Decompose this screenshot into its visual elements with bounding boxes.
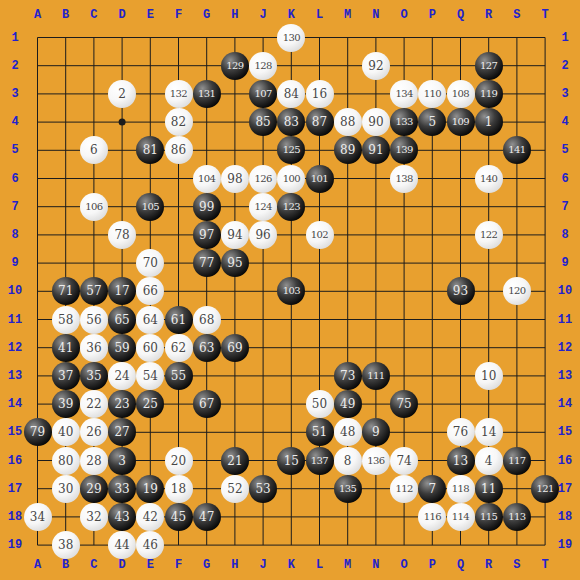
- row-label-right-15: 15: [558, 426, 572, 438]
- move-number: 120: [508, 286, 525, 296]
- stone-C12[interactable]: 36: [80, 334, 108, 362]
- move-number: 58: [58, 314, 73, 326]
- col-label-bottom-E: E: [147, 559, 154, 571]
- stone-F3[interactable]: 132: [165, 80, 193, 108]
- stone-M16[interactable]: 8: [334, 447, 362, 475]
- stone-O16[interactable]: 74: [390, 447, 418, 475]
- move-number: 110: [424, 89, 441, 99]
- stone-E5[interactable]: 81: [136, 136, 164, 164]
- stone-J4[interactable]: 85: [249, 108, 277, 136]
- col-label-top-L: L: [316, 9, 323, 21]
- row-label-right-11: 11: [558, 314, 572, 326]
- move-number: 136: [367, 456, 384, 466]
- stone-D10[interactable]: 17: [108, 277, 136, 305]
- stone-D14[interactable]: 23: [108, 390, 136, 418]
- move-number: 103: [283, 286, 300, 296]
- stone-F12[interactable]: 62: [165, 334, 193, 362]
- stone-Q3[interactable]: 108: [447, 80, 475, 108]
- stone-J17[interactable]: 53: [249, 475, 277, 503]
- col-label-bottom-G: G: [203, 559, 210, 571]
- row-label-right-12: 12: [558, 342, 572, 354]
- stone-D16[interactable]: 3: [108, 447, 136, 475]
- move-number: 118: [452, 484, 469, 494]
- move-number: 54: [143, 370, 158, 382]
- move-number: 132: [170, 89, 187, 99]
- stone-G8[interactable]: 97: [193, 221, 221, 249]
- stone-Q15[interactable]: 76: [447, 418, 475, 446]
- move-number: 21: [227, 455, 242, 467]
- row-label-left-15: 15: [8, 426, 22, 438]
- col-label-bottom-T: T: [541, 559, 548, 571]
- stone-K6[interactable]: 100: [277, 165, 305, 193]
- col-label-bottom-F: F: [175, 559, 182, 571]
- stone-F13[interactable]: 55: [165, 362, 193, 390]
- stone-E19[interactable]: 46: [136, 531, 164, 559]
- stone-B15[interactable]: 40: [52, 418, 80, 446]
- move-number: 67: [199, 398, 214, 410]
- stone-D3[interactable]: 2: [108, 80, 136, 108]
- stone-S16[interactable]: 117: [503, 447, 531, 475]
- stone-L6[interactable]: 101: [306, 165, 334, 193]
- move-number: 51: [312, 426, 327, 438]
- move-number: 94: [227, 229, 242, 241]
- move-number: 33: [114, 483, 129, 495]
- stone-E18[interactable]: 42: [136, 503, 164, 531]
- stone-R16[interactable]: 4: [475, 447, 503, 475]
- stone-A15[interactable]: 79: [24, 418, 52, 446]
- stone-G18[interactable]: 47: [193, 503, 221, 531]
- move-number: 23: [114, 398, 129, 410]
- row-label-right-6: 6: [561, 173, 568, 185]
- move-number: 65: [114, 314, 129, 326]
- col-label-bottom-R: R: [485, 559, 492, 571]
- stone-D18[interactable]: 43: [108, 503, 136, 531]
- stone-L3[interactable]: 16: [306, 80, 334, 108]
- stone-C5[interactable]: 6: [80, 136, 108, 164]
- move-number: 52: [227, 483, 242, 495]
- stone-D11[interactable]: 65: [108, 306, 136, 334]
- move-number: 53: [255, 483, 270, 495]
- move-number: 8: [344, 455, 352, 467]
- col-label-bottom-H: H: [231, 559, 238, 571]
- stone-C18[interactable]: 32: [80, 503, 108, 531]
- stone-G9[interactable]: 77: [193, 249, 221, 277]
- move-number: 104: [198, 174, 215, 184]
- stone-P17[interactable]: 7: [418, 475, 446, 503]
- stone-E12[interactable]: 60: [136, 334, 164, 362]
- stone-M15[interactable]: 48: [334, 418, 362, 446]
- move-number: 141: [508, 145, 525, 155]
- col-label-bottom-D: D: [118, 559, 125, 571]
- stone-D19[interactable]: 44: [108, 531, 136, 559]
- move-number: 83: [284, 116, 299, 128]
- stone-Q17[interactable]: 118: [447, 475, 475, 503]
- stone-P3[interactable]: 110: [418, 80, 446, 108]
- row-label-left-17: 17: [8, 483, 22, 495]
- stone-J2[interactable]: 128: [249, 52, 277, 80]
- stone-B14[interactable]: 39: [52, 390, 80, 418]
- move-number: 19: [143, 483, 158, 495]
- stone-R13[interactable]: 10: [475, 362, 503, 390]
- col-label-top-T: T: [541, 9, 548, 21]
- stone-R18[interactable]: 115: [475, 503, 503, 531]
- col-label-bottom-N: N: [372, 559, 379, 571]
- stone-Q4[interactable]: 109: [447, 108, 475, 136]
- stone-P18[interactable]: 116: [418, 503, 446, 531]
- stone-E13[interactable]: 54: [136, 362, 164, 390]
- row-label-left-18: 18: [8, 511, 22, 523]
- stone-J8[interactable]: 96: [249, 221, 277, 249]
- move-number: 24: [114, 370, 129, 382]
- stone-F16[interactable]: 20: [165, 447, 193, 475]
- move-number: 42: [143, 511, 158, 523]
- stone-K7[interactable]: 123: [277, 193, 305, 221]
- row-label-right-1: 1: [561, 32, 568, 44]
- stone-N4[interactable]: 90: [362, 108, 390, 136]
- stone-M14[interactable]: 49: [334, 390, 362, 418]
- move-number: 7: [428, 483, 436, 495]
- stone-F5[interactable]: 86: [165, 136, 193, 164]
- move-number: 47: [199, 511, 214, 523]
- stone-F17[interactable]: 18: [165, 475, 193, 503]
- row-label-left-9: 9: [11, 257, 18, 269]
- row-label-right-13: 13: [558, 370, 572, 382]
- row-label-left-3: 3: [11, 88, 18, 100]
- stone-D8[interactable]: 78: [108, 221, 136, 249]
- move-number: 3: [118, 455, 126, 467]
- move-number: 109: [452, 117, 469, 127]
- move-number: 93: [453, 285, 468, 297]
- move-number: 86: [171, 144, 186, 156]
- stone-O3[interactable]: 134: [390, 80, 418, 108]
- move-number: 49: [340, 398, 355, 410]
- move-number: 76: [453, 426, 468, 438]
- move-number: 41: [58, 342, 73, 354]
- stone-O14[interactable]: 75: [390, 390, 418, 418]
- move-number: 128: [254, 61, 271, 71]
- stone-O6[interactable]: 138: [390, 165, 418, 193]
- move-number: 77: [199, 257, 214, 269]
- stone-N5[interactable]: 91: [362, 136, 390, 164]
- move-number: 137: [311, 456, 328, 466]
- stone-H2[interactable]: 129: [221, 52, 249, 80]
- move-number: 112: [395, 484, 412, 494]
- row-label-right-2: 2: [561, 60, 568, 72]
- stone-R3[interactable]: 119: [475, 80, 503, 108]
- stone-N13[interactable]: 111: [362, 362, 390, 390]
- move-number: 105: [142, 202, 159, 212]
- col-label-bottom-A: A: [34, 559, 41, 571]
- stone-F18[interactable]: 45: [165, 503, 193, 531]
- move-number: 98: [227, 173, 242, 185]
- move-number: 38: [58, 539, 73, 551]
- move-number: 139: [395, 145, 412, 155]
- stone-P4[interactable]: 5: [418, 108, 446, 136]
- stone-B11[interactable]: 58: [52, 306, 80, 334]
- stone-B10[interactable]: 71: [52, 277, 80, 305]
- stone-E11[interactable]: 64: [136, 306, 164, 334]
- col-label-top-P: P: [429, 9, 436, 21]
- move-number: 131: [198, 89, 215, 99]
- go-board[interactable]: AABBCCDDEEFFGGHHJJKKLLMMNNOOPPQQRRSSTT11…: [0, 0, 580, 580]
- stone-E9[interactable]: 70: [136, 249, 164, 277]
- move-number: 130: [283, 33, 300, 43]
- row-label-left-8: 8: [11, 229, 18, 241]
- stone-E14[interactable]: 25: [136, 390, 164, 418]
- stone-K4[interactable]: 83: [277, 108, 305, 136]
- stone-H12[interactable]: 69: [221, 334, 249, 362]
- move-number: 115: [480, 512, 497, 522]
- row-label-left-12: 12: [8, 342, 22, 354]
- move-number: 114: [452, 512, 469, 522]
- col-label-top-N: N: [372, 9, 379, 21]
- move-number: 124: [254, 202, 271, 212]
- move-number: 64: [143, 314, 158, 326]
- col-label-top-H: H: [231, 9, 238, 21]
- row-label-right-4: 4: [561, 116, 568, 128]
- move-number: 36: [86, 342, 101, 354]
- stone-H9[interactable]: 95: [221, 249, 249, 277]
- stone-G14[interactable]: 67: [193, 390, 221, 418]
- stone-E17[interactable]: 19: [136, 475, 164, 503]
- stone-N2[interactable]: 92: [362, 52, 390, 80]
- row-label-right-5: 5: [561, 144, 568, 156]
- stone-N16[interactable]: 136: [362, 447, 390, 475]
- stone-D17[interactable]: 33: [108, 475, 136, 503]
- stone-C7[interactable]: 106: [80, 193, 108, 221]
- move-number: 113: [508, 512, 525, 522]
- move-number: 20: [171, 455, 186, 467]
- move-number: 73: [340, 370, 355, 382]
- stone-G12[interactable]: 63: [193, 334, 221, 362]
- stone-T17[interactable]: 121: [531, 475, 559, 503]
- stone-B12[interactable]: 41: [52, 334, 80, 362]
- stone-H6[interactable]: 98: [221, 165, 249, 193]
- stone-Q10[interactable]: 93: [447, 277, 475, 305]
- move-number: 44: [114, 539, 129, 551]
- stone-L15[interactable]: 51: [306, 418, 334, 446]
- move-number: 32: [86, 511, 101, 523]
- col-label-top-E: E: [147, 9, 154, 21]
- move-number: 126: [254, 174, 271, 184]
- move-number: 17: [114, 285, 129, 297]
- move-number: 96: [255, 229, 270, 241]
- move-number: 56: [86, 314, 101, 326]
- move-number: 97: [199, 229, 214, 241]
- move-number: 107: [254, 89, 271, 99]
- stone-L8[interactable]: 102: [306, 221, 334, 249]
- stone-G3[interactable]: 131: [193, 80, 221, 108]
- stone-O4[interactable]: 133: [390, 108, 418, 136]
- stone-C14[interactable]: 22: [80, 390, 108, 418]
- row-label-right-10: 10: [558, 285, 572, 297]
- row-label-left-13: 13: [8, 370, 22, 382]
- move-number: 87: [312, 116, 327, 128]
- move-number: 117: [508, 456, 525, 466]
- stone-R2[interactable]: 127: [475, 52, 503, 80]
- move-number: 30: [58, 483, 73, 495]
- stone-C10[interactable]: 57: [80, 277, 108, 305]
- stone-S10[interactable]: 120: [503, 277, 531, 305]
- move-number: 133: [395, 117, 412, 127]
- move-number: 89: [340, 144, 355, 156]
- move-number: 78: [114, 229, 129, 241]
- move-number: 15: [284, 455, 299, 467]
- star-point: [119, 119, 126, 126]
- col-label-bottom-L: L: [316, 559, 323, 571]
- move-number: 6: [90, 144, 98, 156]
- col-label-top-D: D: [118, 9, 125, 21]
- stone-B13[interactable]: 37: [52, 362, 80, 390]
- row-label-left-14: 14: [8, 398, 22, 410]
- stone-E7[interactable]: 105: [136, 193, 164, 221]
- stone-K1[interactable]: 130: [277, 24, 305, 52]
- move-number: 71: [58, 285, 73, 297]
- move-number: 11: [481, 483, 496, 495]
- stone-J7[interactable]: 124: [249, 193, 277, 221]
- move-number: 80: [58, 455, 73, 467]
- col-label-top-K: K: [288, 9, 295, 21]
- stone-O5[interactable]: 139: [390, 136, 418, 164]
- row-label-right-18: 18: [558, 511, 572, 523]
- stone-D15[interactable]: 27: [108, 418, 136, 446]
- move-number: 46: [143, 539, 158, 551]
- col-label-bottom-C: C: [90, 559, 97, 571]
- stone-R17[interactable]: 11: [475, 475, 503, 503]
- move-number: 138: [395, 174, 412, 184]
- stone-R8[interactable]: 122: [475, 221, 503, 249]
- stone-E10[interactable]: 66: [136, 277, 164, 305]
- move-number: 40: [58, 426, 73, 438]
- stone-M4[interactable]: 88: [334, 108, 362, 136]
- move-number: 26: [86, 426, 101, 438]
- stone-F4[interactable]: 82: [165, 108, 193, 136]
- stone-N15[interactable]: 9: [362, 418, 390, 446]
- stone-C17[interactable]: 29: [80, 475, 108, 503]
- row-label-right-3: 3: [561, 88, 568, 100]
- stone-C11[interactable]: 56: [80, 306, 108, 334]
- move-number: 116: [424, 512, 441, 522]
- move-number: 95: [227, 257, 242, 269]
- move-number: 119: [480, 89, 497, 99]
- stone-D12[interactable]: 59: [108, 334, 136, 362]
- col-label-top-F: F: [175, 9, 182, 21]
- col-label-top-J: J: [259, 9, 266, 21]
- move-number: 134: [395, 89, 412, 99]
- stone-C13[interactable]: 35: [80, 362, 108, 390]
- stone-L16[interactable]: 137: [306, 447, 334, 475]
- move-number: 106: [85, 202, 102, 212]
- stone-O17[interactable]: 112: [390, 475, 418, 503]
- move-number: 69: [227, 342, 242, 354]
- move-number: 50: [312, 398, 327, 410]
- move-number: 108: [452, 89, 469, 99]
- row-label-right-19: 19: [558, 539, 572, 551]
- stone-M5[interactable]: 89: [334, 136, 362, 164]
- stone-H17[interactable]: 52: [221, 475, 249, 503]
- move-number: 66: [143, 285, 158, 297]
- move-number: 18: [171, 483, 186, 495]
- move-number: 122: [480, 230, 497, 240]
- stone-C16[interactable]: 28: [80, 447, 108, 475]
- stone-K5[interactable]: 125: [277, 136, 305, 164]
- move-number: 29: [86, 483, 101, 495]
- stone-J6[interactable]: 126: [249, 165, 277, 193]
- move-number: 99: [199, 201, 214, 213]
- move-number: 102: [311, 230, 328, 240]
- stone-C15[interactable]: 26: [80, 418, 108, 446]
- row-label-left-19: 19: [8, 539, 22, 551]
- move-number: 14: [481, 426, 496, 438]
- row-label-left-6: 6: [11, 173, 18, 185]
- stone-L4[interactable]: 87: [306, 108, 334, 136]
- stone-H8[interactable]: 94: [221, 221, 249, 249]
- move-number: 92: [368, 60, 383, 72]
- stone-R4[interactable]: 1: [475, 108, 503, 136]
- row-label-right-17: 17: [558, 483, 572, 495]
- stone-K3[interactable]: 84: [277, 80, 305, 108]
- stone-Q16[interactable]: 13: [447, 447, 475, 475]
- move-number: 25: [143, 398, 158, 410]
- stone-H16[interactable]: 21: [221, 447, 249, 475]
- stone-D13[interactable]: 24: [108, 362, 136, 390]
- move-number: 13: [453, 455, 468, 467]
- move-number: 43: [114, 511, 129, 523]
- move-number: 88: [340, 116, 355, 128]
- stone-A18[interactable]: 34: [24, 503, 52, 531]
- row-label-right-8: 8: [561, 229, 568, 241]
- row-label-right-16: 16: [558, 455, 572, 467]
- stone-R6[interactable]: 140: [475, 165, 503, 193]
- move-number: 68: [199, 314, 214, 326]
- stone-K16[interactable]: 15: [277, 447, 305, 475]
- move-number: 101: [311, 174, 328, 184]
- row-label-left-4: 4: [11, 116, 18, 128]
- col-label-top-Q: Q: [457, 9, 464, 21]
- stone-K10[interactable]: 103: [277, 277, 305, 305]
- row-label-left-11: 11: [8, 314, 22, 326]
- move-number: 90: [368, 116, 383, 128]
- stone-S5[interactable]: 141: [503, 136, 531, 164]
- col-label-top-C: C: [90, 9, 97, 21]
- stone-M13[interactable]: 73: [334, 362, 362, 390]
- move-number: 61: [171, 314, 186, 326]
- stone-Q18[interactable]: 114: [447, 503, 475, 531]
- stone-F11[interactable]: 61: [165, 306, 193, 334]
- col-label-bottom-J: J: [259, 559, 266, 571]
- col-label-bottom-P: P: [429, 559, 436, 571]
- move-number: 2: [118, 88, 126, 100]
- stone-J3[interactable]: 107: [249, 80, 277, 108]
- stone-L14[interactable]: 50: [306, 390, 334, 418]
- stone-B16[interactable]: 80: [52, 447, 80, 475]
- col-label-top-A: A: [34, 9, 41, 21]
- stone-G7[interactable]: 99: [193, 193, 221, 221]
- stone-G11[interactable]: 68: [193, 306, 221, 334]
- row-label-right-9: 9: [561, 257, 568, 269]
- stone-S18[interactable]: 113: [503, 503, 531, 531]
- stone-M17[interactable]: 135: [334, 475, 362, 503]
- move-number: 37: [58, 370, 73, 382]
- stone-G6[interactable]: 104: [193, 165, 221, 193]
- move-number: 48: [340, 426, 355, 438]
- stone-R15[interactable]: 14: [475, 418, 503, 446]
- stone-B19[interactable]: 38: [52, 531, 80, 559]
- move-number: 121: [536, 484, 553, 494]
- row-label-left-7: 7: [11, 201, 18, 213]
- row-label-left-2: 2: [11, 60, 18, 72]
- stone-B17[interactable]: 30: [52, 475, 80, 503]
